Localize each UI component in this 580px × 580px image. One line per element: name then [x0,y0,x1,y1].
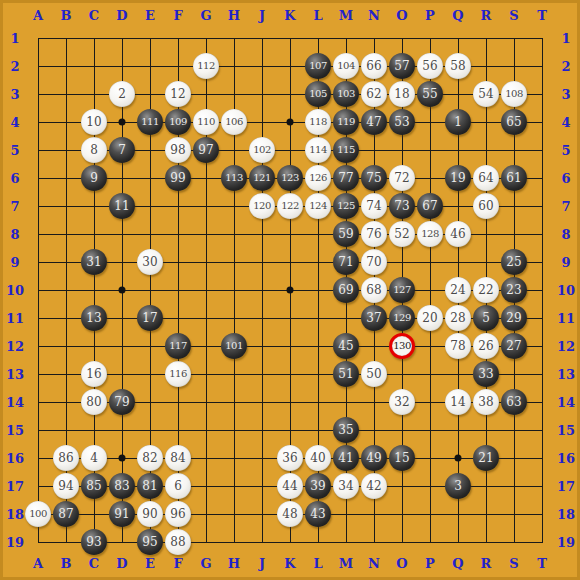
column-label-bottom: D [116,556,127,571]
stone-white-72-O6[interactable]: 72 [389,165,415,191]
column-label-top: J [259,8,265,23]
row-label-right: 13 [557,367,575,382]
stone-black-127-O10[interactable]: 127 [389,277,415,303]
row-label-left: 8 [10,227,19,242]
column-label-bottom: C [89,556,99,571]
row-label-right: 8 [561,227,570,242]
row-label-left: 15 [6,423,24,438]
row-label-right: 14 [557,395,575,410]
row-label-left: 19 [6,535,24,550]
column-label-top: Q [452,8,463,23]
star-point-Q16 [455,455,462,462]
stone-black-125-M7[interactable]: 125 [333,193,359,219]
stone-white-40-L16[interactable]: 40 [305,445,331,471]
stone-white-4-C16[interactable]: 4 [81,445,107,471]
stone-black-113-H6[interactable]: 113 [221,165,247,191]
stone-white-70-N9[interactable]: 70 [361,249,387,275]
column-label-bottom: Q [452,556,463,571]
stone-black-23-S10[interactable]: 23 [501,277,527,303]
stone-black-121-J6[interactable]: 121 [249,165,275,191]
star-point-D16 [119,455,126,462]
stone-white-22-R10[interactable]: 22 [473,277,499,303]
stone-black-87-B18[interactable]: 87 [53,501,79,527]
stone-black-57-O2[interactable]: 57 [389,53,415,79]
stone-black-43-L18[interactable]: 43 [305,501,331,527]
stone-white-110-G4[interactable]: 110 [193,109,219,135]
column-label-top: T [537,8,547,23]
stone-black-85-C17[interactable]: 85 [81,473,107,499]
row-label-right: 3 [561,87,570,102]
stone-black-59-M8[interactable]: 59 [333,221,359,247]
stone-black-33-R13[interactable]: 33 [473,361,499,387]
stone-black-17-E11[interactable]: 17 [137,305,163,331]
stone-black-19-Q6[interactable]: 19 [445,165,471,191]
stone-white-106-H4[interactable]: 106 [221,109,247,135]
stone-black-51-M13[interactable]: 51 [333,361,359,387]
column-label-bottom: K [284,556,295,571]
star-point-K10 [287,287,294,294]
stone-black-123-K6[interactable]: 123 [277,165,303,191]
stone-black-115-M5[interactable]: 115 [333,137,359,163]
column-label-top: K [284,8,295,23]
stone-black-5-R11[interactable]: 5 [473,305,499,331]
stone-white-42-N17[interactable]: 42 [361,473,387,499]
stone-black-41-M16[interactable]: 41 [333,445,359,471]
stone-black-65-S4[interactable]: 65 [501,109,527,135]
stone-black-77-M6[interactable]: 77 [333,165,359,191]
stone-white-50-N13[interactable]: 50 [361,361,387,387]
stone-white-82-E16[interactable]: 82 [137,445,163,471]
stone-white-32-O14[interactable]: 32 [389,389,415,415]
stone-black-71-M9[interactable]: 71 [333,249,359,275]
stone-white-104-M2[interactable]: 104 [333,53,359,79]
column-label-bottom: H [228,556,240,571]
column-label-bottom: R [481,556,492,571]
stone-white-18-O3[interactable]: 18 [389,81,415,107]
stone-white-46-Q8[interactable]: 46 [445,221,471,247]
stone-black-63-S14[interactable]: 63 [501,389,527,415]
stone-white-118-L4[interactable]: 118 [305,109,331,135]
stone-white-38-R14[interactable]: 38 [473,389,499,415]
column-label-bottom: E [145,556,155,571]
row-label-left: 14 [6,395,24,410]
stone-white-10-C4[interactable]: 10 [81,109,107,135]
stone-white-66-N2[interactable]: 66 [361,53,387,79]
stone-white-96-F18[interactable]: 96 [165,501,191,527]
row-label-left: 18 [6,507,24,522]
column-label-top: S [509,8,518,23]
stone-black-107-L2[interactable]: 107 [305,53,331,79]
stone-black-97-G5[interactable]: 97 [193,137,219,163]
column-label-bottom: N [368,556,380,571]
column-label-top: G [200,8,211,23]
stone-black-73-O7[interactable]: 73 [389,193,415,219]
column-label-bottom: G [200,556,211,571]
row-label-left: 6 [10,171,19,186]
stone-black-119-M4[interactable]: 119 [333,109,359,135]
column-label-top: A [33,8,43,23]
stone-white-94-B17[interactable]: 94 [53,473,79,499]
stone-black-109-F4[interactable]: 109 [165,109,191,135]
stone-black-129-O11[interactable]: 129 [389,305,415,331]
column-label-top: F [173,8,182,23]
column-label-bottom: O [396,556,407,571]
star-point-D4 [119,119,126,126]
row-label-right: 9 [561,255,570,270]
stone-black-93-C19[interactable]: 93 [81,529,107,555]
row-label-left: 13 [6,367,24,382]
row-label-right: 6 [561,171,570,186]
column-label-bottom: B [61,556,72,571]
column-label-top: P [425,8,435,23]
stone-white-80-C14[interactable]: 80 [81,389,107,415]
stone-black-13-C11[interactable]: 13 [81,305,107,331]
stone-white-84-F16[interactable]: 84 [165,445,191,471]
grid-line-vertical [542,38,543,543]
row-label-right: 7 [561,199,570,214]
stone-black-91-D18[interactable]: 91 [109,501,135,527]
column-label-top: C [89,8,99,23]
stone-white-34-M17[interactable]: 34 [333,473,359,499]
stone-white-60-R7[interactable]: 60 [473,193,499,219]
stone-white-102-J5[interactable]: 102 [249,137,275,163]
stone-black-29-S11[interactable]: 29 [501,305,527,331]
column-label-bottom: S [509,556,518,571]
row-label-right: 4 [561,115,570,130]
column-label-top: L [313,8,322,23]
stone-black-37-N11[interactable]: 37 [361,305,387,331]
row-label-right: 11 [557,311,575,326]
column-label-top: E [145,8,155,23]
stone-black-11-D7[interactable]: 11 [109,193,135,219]
stone-black-9-C6[interactable]: 9 [81,165,107,191]
stone-white-64-R6[interactable]: 64 [473,165,499,191]
column-label-top: B [61,8,72,23]
stone-white-24-Q10[interactable]: 24 [445,277,471,303]
grid-line-vertical [430,38,431,543]
row-label-left: 2 [10,59,19,74]
stone-white-120-J7[interactable]: 120 [249,193,275,219]
stone-white-128-P8[interactable]: 128 [417,221,443,247]
stone-black-55-P3[interactable]: 55 [417,81,443,107]
column-label-bottom: T [537,556,547,571]
row-label-left: 12 [6,339,24,354]
stone-black-1-Q4[interactable]: 1 [445,109,471,135]
stone-black-67-P7[interactable]: 67 [417,193,443,219]
stone-white-126-L6[interactable]: 126 [305,165,331,191]
row-label-right: 5 [561,143,570,158]
stone-black-117-F12[interactable]: 117 [165,333,191,359]
row-label-left: 4 [10,115,19,130]
stone-white-12-F3[interactable]: 12 [165,81,191,107]
row-label-right: 19 [557,535,575,550]
row-label-left: 11 [6,311,24,326]
stone-black-69-M10[interactable]: 69 [333,277,359,303]
stone-black-3-Q17[interactable]: 3 [445,473,471,499]
column-label-top: H [228,8,240,23]
column-label-top: R [481,8,492,23]
stone-white-26-R12[interactable]: 26 [473,333,499,359]
row-label-right: 1 [561,31,570,46]
stone-black-111-E4[interactable]: 111 [137,109,163,135]
stone-black-39-L17[interactable]: 39 [305,473,331,499]
stone-white-62-N3[interactable]: 62 [361,81,387,107]
row-label-left: 1 [10,31,19,46]
stone-black-27-S12[interactable]: 27 [501,333,527,359]
column-label-top: N [368,8,380,23]
column-label-bottom: A [33,556,43,571]
go-board[interactable]: AABBCCDDEEFFGGHHJJKKLLMMNNOOPPQQRRSSTT11… [0,0,580,580]
stone-white-58-Q2[interactable]: 58 [445,53,471,79]
stone-black-95-E19[interactable]: 95 [137,529,163,555]
stone-black-7-D5[interactable]: 7 [109,137,135,163]
stone-white-48-K18[interactable]: 48 [277,501,303,527]
stone-white-6-F17[interactable]: 6 [165,473,191,499]
stone-black-25-S9[interactable]: 25 [501,249,527,275]
row-label-left: 5 [10,143,19,158]
grid-line-horizontal [38,374,543,375]
stone-black-101-H12[interactable]: 101 [221,333,247,359]
stone-black-35-M15[interactable]: 35 [333,417,359,443]
row-label-left: 16 [6,451,24,466]
stone-white-28-Q11[interactable]: 28 [445,305,471,331]
stone-white-8-C5[interactable]: 8 [81,137,107,163]
stone-black-31-C9[interactable]: 31 [81,249,107,275]
stone-black-79-D14[interactable]: 79 [109,389,135,415]
stone-white-90-E18[interactable]: 90 [137,501,163,527]
stone-white-52-O8[interactable]: 52 [389,221,415,247]
column-label-top: M [339,8,353,23]
stone-white-16-C13[interactable]: 16 [81,361,107,387]
row-label-right: 10 [557,283,575,298]
column-label-bottom: F [173,556,182,571]
stone-black-21-R16[interactable]: 21 [473,445,499,471]
row-label-left: 7 [10,199,19,214]
stone-white-14-Q14[interactable]: 14 [445,389,471,415]
row-label-right: 16 [557,451,575,466]
stone-white-130-O12[interactable]: 130 [389,333,415,359]
stone-white-76-N8[interactable]: 76 [361,221,387,247]
stone-white-116-F13[interactable]: 116 [165,361,191,387]
column-label-bottom: J [259,556,265,571]
stone-white-44-K17[interactable]: 44 [277,473,303,499]
stone-black-83-D17[interactable]: 83 [109,473,135,499]
stone-black-15-O16[interactable]: 15 [389,445,415,471]
stone-white-112-G2[interactable]: 112 [193,53,219,79]
row-label-right: 18 [557,507,575,522]
stone-black-47-N4[interactable]: 47 [361,109,387,135]
stone-white-74-N7[interactable]: 74 [361,193,387,219]
stone-black-61-S6[interactable]: 61 [501,165,527,191]
stone-black-75-N6[interactable]: 75 [361,165,387,191]
stone-white-36-K16[interactable]: 36 [277,445,303,471]
stone-white-56-P2[interactable]: 56 [417,53,443,79]
stone-white-20-P11[interactable]: 20 [417,305,443,331]
stone-white-86-B16[interactable]: 86 [53,445,79,471]
row-label-right: 2 [561,59,570,74]
column-label-top: O [396,8,407,23]
row-label-left: 17 [6,479,24,494]
stone-white-2-D3[interactable]: 2 [109,81,135,107]
star-point-K4 [287,119,294,126]
grid-line-horizontal [38,542,543,543]
stone-white-100-A18[interactable]: 100 [25,501,51,527]
star-point-D10 [119,287,126,294]
stone-white-108-S3[interactable]: 108 [501,81,527,107]
stone-black-45-M12[interactable]: 45 [333,333,359,359]
stone-white-30-E9[interactable]: 30 [137,249,163,275]
stone-white-124-L7[interactable]: 124 [305,193,331,219]
stone-black-103-M3[interactable]: 103 [333,81,359,107]
stone-white-54-R3[interactable]: 54 [473,81,499,107]
grid-line-horizontal [38,430,543,431]
column-label-bottom: P [425,556,435,571]
row-label-left: 9 [10,255,19,270]
row-label-right: 12 [557,339,575,354]
stone-white-78-Q12[interactable]: 78 [445,333,471,359]
row-label-left: 3 [10,87,19,102]
stone-white-68-N10[interactable]: 68 [361,277,387,303]
stone-white-88-F19[interactable]: 88 [165,529,191,555]
column-label-bottom: M [339,556,353,571]
stone-black-81-E17[interactable]: 81 [137,473,163,499]
stone-black-53-O4[interactable]: 53 [389,109,415,135]
row-label-left: 10 [6,283,24,298]
stone-white-98-F5[interactable]: 98 [165,137,191,163]
stone-black-105-L3[interactable]: 105 [305,81,331,107]
column-label-top: D [116,8,127,23]
row-label-right: 15 [557,423,575,438]
stone-white-122-K7[interactable]: 122 [277,193,303,219]
row-label-right: 17 [557,479,575,494]
column-label-bottom: L [313,556,322,571]
stone-black-99-F6[interactable]: 99 [165,165,191,191]
stone-white-114-L5[interactable]: 114 [305,137,331,163]
stone-black-49-N16[interactable]: 49 [361,445,387,471]
